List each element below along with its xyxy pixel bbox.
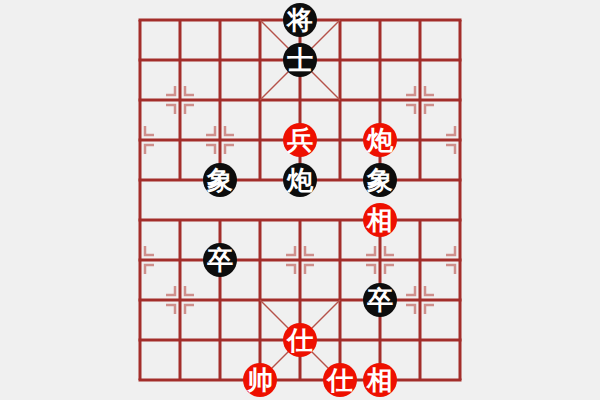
board-pieces: 将士兵炮象炮象相卒卒仕帅仕相: [120, 0, 480, 400]
piece-black-advisor[interactable]: 士: [283, 43, 317, 77]
piece-red-elephant[interactable]: 相: [363, 203, 397, 237]
piece-red-advisor[interactable]: 仕: [323, 363, 357, 397]
piece-red-cannon[interactable]: 炮: [363, 123, 397, 157]
piece-black-elephant[interactable]: 象: [363, 163, 397, 197]
piece-red-pawn[interactable]: 兵: [283, 123, 317, 157]
piece-red-elephant[interactable]: 相: [363, 363, 397, 397]
piece-black-elephant[interactable]: 象: [203, 163, 237, 197]
piece-red-general[interactable]: 帅: [243, 363, 277, 397]
piece-black-pawn[interactable]: 卒: [363, 283, 397, 317]
piece-black-cannon[interactable]: 炮: [283, 163, 317, 197]
piece-red-advisor[interactable]: 仕: [283, 323, 317, 357]
piece-black-pawn[interactable]: 卒: [203, 243, 237, 277]
piece-black-general[interactable]: 将: [283, 3, 317, 37]
xiangqi-board-canvas: 将士兵炮象炮象相卒卒仕帅仕相: [0, 0, 600, 400]
